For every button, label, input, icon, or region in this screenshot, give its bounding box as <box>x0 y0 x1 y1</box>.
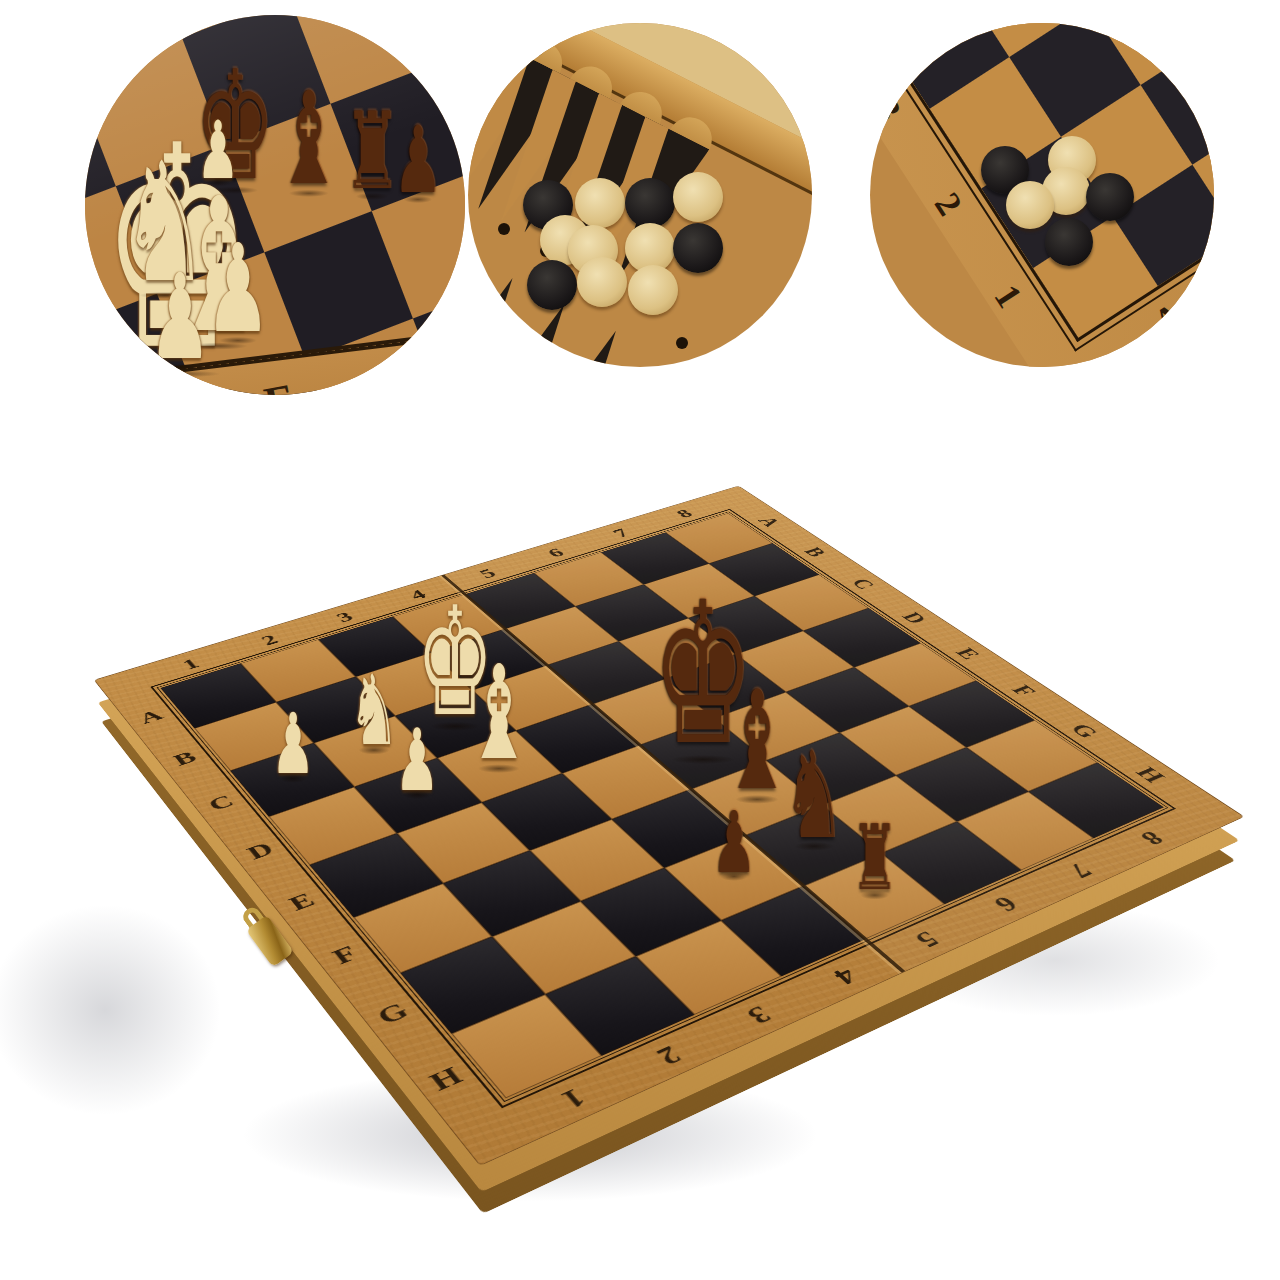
board-label-rank-2: 2 <box>651 1041 687 1069</box>
inset-chess-closeup: E ♚♝♜♟♟♚♞♝♟♟ <box>85 15 465 395</box>
corner-label-2: 2 <box>928 187 968 222</box>
checker-disc-cream <box>575 178 625 228</box>
inset-checkers-corner: 321AB <box>870 23 1214 367</box>
board-label-file-c: C <box>847 576 880 591</box>
board-label-file-c: C <box>204 791 238 813</box>
inset-backgammon-closeup <box>468 23 812 367</box>
closeup-piece-dark-bishop: ♝ <box>275 80 344 198</box>
corner-label-1: 1 <box>988 279 1028 314</box>
peg-hole <box>676 337 688 349</box>
board-label-file-d: D <box>242 838 277 862</box>
board-label-file-a: A <box>754 515 785 528</box>
checker-disc-cream <box>1006 181 1054 229</box>
board-label-file-h: H <box>424 1062 468 1095</box>
board-label-rank-1: 1 <box>556 1083 592 1113</box>
checker-disc-black <box>673 223 723 273</box>
rail-scallop <box>468 23 520 67</box>
board-label-file-d: D <box>898 610 932 626</box>
checker-disc-cream <box>628 265 678 315</box>
board-label-file-e: E <box>284 889 319 914</box>
checker-disc-black <box>625 178 675 228</box>
board-label-file-g: G <box>372 998 414 1028</box>
board-label-rank-5: 5 <box>475 566 499 580</box>
board-label-rank-3: 3 <box>741 1001 777 1028</box>
board-label-file-b: B <box>169 748 200 769</box>
board-label-file-h: H <box>1131 764 1170 785</box>
board-label-rank-5: 5 <box>909 927 944 951</box>
board-label-rank-8: 8 <box>672 507 696 520</box>
board-label-rank-4: 4 <box>827 963 863 989</box>
closeup-piece-white-pawn-2: ♟ <box>205 233 271 345</box>
board-label-rank-7: 7 <box>1063 859 1098 881</box>
corner-label-a: A <box>1148 296 1189 340</box>
closeup-piece-white-pawn: ♟ <box>148 263 211 372</box>
board-label-rank-6: 6 <box>988 892 1023 915</box>
board-label-file-f: F <box>328 942 362 968</box>
peg-hole <box>726 363 738 367</box>
closeup-piece-dark-pawn: ♟ <box>393 119 442 204</box>
board-label-rank-8: 8 <box>1134 827 1169 848</box>
backgammon-point <box>468 268 533 367</box>
board-label-file-a: A <box>135 706 166 726</box>
checker-disc-cream <box>577 257 627 307</box>
checker-disc-black <box>1086 173 1134 221</box>
board-label-rank-1: 1 <box>178 655 202 671</box>
board-label-file-b: B <box>800 545 831 559</box>
closeup-piece-dark-rook: ♜ <box>343 103 400 201</box>
rail-scallop <box>468 23 470 42</box>
board-label-rank-3: 3 <box>332 609 356 624</box>
board-label-rank-4: 4 <box>405 587 429 602</box>
peg-hole <box>498 223 510 235</box>
checker-disc-black <box>527 260 577 310</box>
backgammon-point <box>480 294 585 367</box>
board-label-file-f: F <box>1007 682 1041 698</box>
board-label-rank-2: 2 <box>257 632 281 648</box>
checker-disc-black <box>1045 218 1093 266</box>
board-label-file-g: G <box>1066 721 1104 741</box>
board-label-rank-6: 6 <box>543 546 567 560</box>
board-label-rank-7: 7 <box>608 526 632 539</box>
checker-disc-cream <box>673 172 723 222</box>
corner-label-3: 3 <box>870 93 907 128</box>
board-label-file-e: E <box>951 645 985 661</box>
checker-pattern <box>870 23 1214 342</box>
